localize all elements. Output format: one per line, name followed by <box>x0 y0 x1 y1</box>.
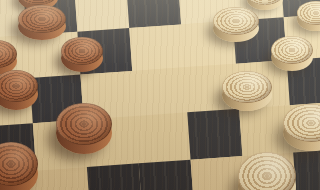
square-r4-c4[interactable] <box>190 156 244 190</box>
piece-face <box>222 71 272 103</box>
checker-piece-cream[interactable] <box>222 71 272 111</box>
checker-piece-brown[interactable] <box>0 142 38 190</box>
square-r4-c1[interactable] <box>36 167 90 190</box>
square-r1-c3[interactable] <box>129 24 184 70</box>
piece-face <box>238 152 296 190</box>
checker-piece-cream[interactable] <box>238 152 296 190</box>
piece-face <box>61 37 103 65</box>
piece-face <box>56 103 112 145</box>
checker-piece-cream[interactable] <box>213 7 259 42</box>
square-r4-c2[interactable] <box>87 163 141 190</box>
square-r4-c3[interactable] <box>139 160 193 190</box>
square-r4-c6[interactable] <box>293 149 320 190</box>
checker-piece-cream[interactable] <box>271 36 313 71</box>
checker-piece-cream[interactable] <box>283 104 320 151</box>
square-r0-c2[interactable] <box>75 0 129 32</box>
board-photo <box>0 0 320 190</box>
piece-face <box>213 7 259 35</box>
checker-piece-brown[interactable] <box>61 37 103 72</box>
checker-piece-brown[interactable] <box>18 5 66 40</box>
square-r3-c3[interactable] <box>136 112 191 163</box>
piece-face <box>18 5 66 33</box>
piece-face <box>271 36 313 64</box>
square-r3-c4[interactable] <box>187 109 242 160</box>
checker-piece-cream[interactable] <box>297 1 320 31</box>
checker-piece-brown[interactable] <box>0 70 38 110</box>
square-r0-c3[interactable] <box>127 0 181 28</box>
square-r2-c3[interactable] <box>132 67 187 116</box>
checker-piece-brown[interactable] <box>56 103 112 154</box>
